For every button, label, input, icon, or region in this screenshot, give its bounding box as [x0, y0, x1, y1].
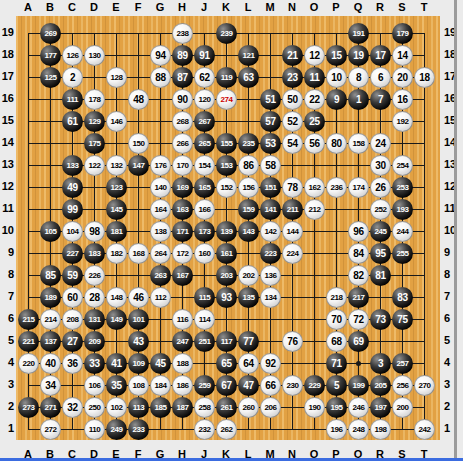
black-stone-R3[interactable]: 205 [370, 375, 391, 396]
white-stone-H6[interactable]: 116 [172, 309, 193, 330]
black-stone-K3[interactable]: 67 [216, 375, 237, 396]
black-stone-M16[interactable]: 51 [260, 89, 281, 110]
move-number: 196 [330, 426, 342, 434]
move-number: 156 [242, 184, 254, 192]
black-stone-L14[interactable]: 235 [238, 133, 259, 154]
move-number: 96 [353, 227, 363, 237]
black-stone-E1[interactable]: 249 [106, 419, 127, 440]
black-stone-M11[interactable]: 141 [260, 199, 281, 220]
black-stone-R6[interactable]: 73 [370, 309, 391, 330]
white-stone-R1[interactable]: 198 [370, 419, 391, 440]
black-stone-K8[interactable]: 203 [216, 265, 237, 286]
move-number: 158 [352, 140, 364, 148]
col-label-top-J: J [193, 1, 215, 13]
black-stone-J12[interactable]: 165 [194, 177, 215, 198]
white-stone-S18[interactable]: 14 [392, 45, 413, 66]
black-stone-J7[interactable]: 115 [194, 287, 215, 308]
white-stone-G13[interactable]: 176 [150, 155, 171, 176]
white-stone-N5[interactable]: 76 [282, 331, 303, 352]
black-stone-Q3[interactable]: 199 [348, 375, 369, 396]
white-stone-F3[interactable]: 108 [128, 375, 149, 396]
white-stone-H19[interactable]: 238 [172, 23, 193, 44]
move-number: 274 [220, 96, 232, 104]
black-stone-D5[interactable]: 209 [84, 331, 105, 352]
white-stone-G17[interactable]: 88 [150, 67, 171, 88]
white-stone-F9[interactable]: 168 [128, 243, 149, 264]
move-number: 53 [265, 139, 275, 149]
move-number: 270 [418, 382, 430, 390]
black-stone-E10[interactable]: 181 [106, 221, 127, 242]
white-stone-J11[interactable]: 166 [194, 199, 215, 220]
move-number: 108 [132, 382, 144, 390]
move-number: 87 [177, 73, 187, 83]
black-stone-M9[interactable]: 223 [260, 243, 281, 264]
black-stone-S6[interactable]: 75 [392, 309, 413, 330]
move-number: 22 [309, 95, 319, 105]
black-stone-S19[interactable]: 179 [392, 23, 413, 44]
black-stone-L10[interactable]: 143 [238, 221, 259, 242]
white-stone-Q9[interactable]: 84 [348, 243, 369, 264]
white-stone-A4[interactable]: 220 [18, 353, 39, 374]
white-stone-K1[interactable]: 262 [216, 419, 237, 440]
black-stone-J3[interactable]: 259 [194, 375, 215, 396]
black-stone-N17[interactable]: 23 [282, 67, 303, 88]
white-stone-Q6[interactable]: 72 [348, 309, 369, 330]
black-stone-F6[interactable]: 101 [128, 309, 149, 330]
white-stone-N10[interactable]: 144 [282, 221, 303, 242]
black-stone-C5[interactable]: 27 [62, 331, 83, 352]
white-stone-F7[interactable]: 46 [128, 287, 149, 308]
black-stone-H8[interactable]: 167 [172, 265, 193, 286]
move-number: 170 [176, 162, 188, 170]
white-stone-C7[interactable]: 60 [62, 287, 83, 308]
black-stone-K5[interactable]: 117 [216, 331, 237, 352]
black-stone-D9[interactable]: 183 [84, 243, 105, 264]
move-number: 54 [287, 139, 297, 149]
black-stone-D6[interactable]: 131 [84, 309, 105, 330]
move-number: 235 [242, 140, 254, 148]
black-stone-C15[interactable]: 61 [62, 111, 83, 132]
white-stone-L8[interactable]: 202 [238, 265, 259, 286]
black-stone-Q18[interactable]: 19 [348, 45, 369, 66]
black-stone-B19[interactable]: 269 [40, 23, 61, 44]
white-stone-S10[interactable]: 244 [392, 221, 413, 242]
move-number: 272 [44, 426, 56, 434]
black-stone-A5[interactable]: 221 [18, 331, 39, 352]
black-stone-L5[interactable]: 77 [238, 331, 259, 352]
white-stone-G10[interactable]: 138 [150, 221, 171, 242]
move-number: 191 [352, 30, 364, 38]
white-stone-O14[interactable]: 56 [304, 133, 325, 154]
white-stone-T1[interactable]: 242 [414, 419, 435, 440]
black-stone-D14[interactable]: 175 [84, 133, 105, 154]
black-stone-Q19[interactable]: 191 [348, 23, 369, 44]
move-number: 58 [265, 161, 275, 171]
move-number: 69 [353, 337, 363, 347]
white-stone-P17[interactable]: 10 [326, 67, 347, 88]
white-stone-H15[interactable]: 268 [172, 111, 193, 132]
white-stone-M3[interactable]: 66 [260, 375, 281, 396]
black-stone-S7[interactable]: 83 [392, 287, 413, 308]
white-stone-G3[interactable]: 184 [150, 375, 171, 396]
white-stone-S15[interactable]: 192 [392, 111, 413, 132]
white-stone-H13[interactable]: 170 [172, 155, 193, 176]
white-stone-Q14[interactable]: 158 [348, 133, 369, 154]
black-stone-G2[interactable]: 185 [150, 397, 171, 418]
move-number: 174 [352, 184, 364, 192]
black-stone-Q5[interactable]: 69 [348, 331, 369, 352]
black-stone-N11[interactable]: 211 [282, 199, 303, 220]
move-number: 168 [132, 250, 144, 258]
white-stone-C10[interactable]: 104 [62, 221, 83, 242]
move-number: 60 [67, 293, 77, 303]
white-stone-J2[interactable]: 258 [194, 397, 215, 418]
white-stone-R11[interactable]: 252 [370, 199, 391, 220]
black-stone-C8[interactable]: 59 [62, 265, 83, 286]
white-stone-D10[interactable]: 98 [84, 221, 105, 242]
black-stone-F4[interactable]: 109 [128, 353, 149, 374]
white-stone-N15[interactable]: 52 [282, 111, 303, 132]
move-number: 268 [176, 118, 188, 126]
white-stone-P1[interactable]: 196 [326, 419, 347, 440]
black-stone-R18[interactable]: 17 [370, 45, 391, 66]
white-stone-C4[interactable]: 36 [62, 353, 83, 374]
black-stone-O3[interactable]: 229 [304, 375, 325, 396]
white-stone-S13[interactable]: 254 [392, 155, 413, 176]
black-stone-K2[interactable]: 261 [216, 397, 237, 418]
white-stone-D16[interactable]: 178 [84, 89, 105, 110]
move-number: 164 [154, 206, 166, 214]
black-stone-B18[interactable]: 177 [40, 45, 61, 66]
move-number: 12 [309, 51, 319, 61]
white-stone-Q2[interactable]: 246 [348, 397, 369, 418]
move-number: 77 [243, 337, 253, 347]
black-stone-J18[interactable]: 91 [194, 45, 215, 66]
white-stone-E9[interactable]: 182 [106, 243, 127, 264]
white-stone-P6[interactable]: 70 [326, 309, 347, 330]
white-stone-B6[interactable]: 214 [40, 309, 61, 330]
black-stone-P16[interactable]: 9 [326, 89, 347, 110]
move-number: 14 [397, 51, 407, 61]
move-number: 190 [308, 404, 320, 412]
white-stone-B1[interactable]: 272 [40, 419, 61, 440]
white-stone-J17[interactable]: 62 [194, 67, 215, 88]
white-stone-Q12[interactable]: 174 [348, 177, 369, 198]
white-stone-R14[interactable]: 24 [370, 133, 391, 154]
black-stone-G8[interactable]: 263 [150, 265, 171, 286]
white-stone-Q8[interactable]: 82 [348, 265, 369, 286]
white-stone-C17[interactable]: 2 [62, 67, 83, 88]
move-number: 30 [375, 161, 385, 171]
white-stone-D1[interactable]: 110 [84, 419, 105, 440]
move-number: 197 [374, 404, 386, 412]
move-number: 141 [264, 206, 276, 214]
white-stone-M10[interactable]: 142 [260, 221, 281, 242]
white-stone-Q17[interactable]: 8 [348, 67, 369, 88]
black-stone-A6[interactable]: 215 [18, 309, 39, 330]
black-stone-K4[interactable]: 65 [216, 353, 237, 374]
black-stone-K13[interactable]: 153 [216, 155, 237, 176]
black-stone-M14[interactable]: 53 [260, 133, 281, 154]
white-stone-M2[interactable]: 206 [260, 397, 281, 418]
black-stone-S9[interactable]: 255 [392, 243, 413, 264]
move-number: 73 [375, 315, 385, 325]
white-stone-C6[interactable]: 208 [62, 309, 83, 330]
black-stone-M15[interactable]: 57 [260, 111, 281, 132]
black-stone-E6[interactable]: 149 [106, 309, 127, 330]
white-stone-Q1[interactable]: 248 [348, 419, 369, 440]
black-stone-O15[interactable]: 25 [304, 111, 325, 132]
black-stone-P18[interactable]: 15 [326, 45, 347, 66]
move-number: 167 [176, 272, 188, 280]
white-stone-J13[interactable]: 154 [194, 155, 215, 176]
move-number: 18 [419, 73, 429, 83]
white-stone-H9[interactable]: 172 [172, 243, 193, 264]
move-number: 175 [88, 140, 100, 148]
white-stone-B4[interactable]: 40 [40, 353, 61, 374]
white-stone-O11[interactable]: 212 [304, 199, 325, 220]
black-stone-L17[interactable]: 63 [238, 67, 259, 88]
black-stone-S4[interactable]: 257 [392, 353, 413, 374]
white-stone-N16[interactable]: 50 [282, 89, 303, 110]
move-number: 189 [44, 294, 56, 302]
move-number: 28 [89, 293, 99, 303]
black-stone-J14[interactable]: 265 [194, 133, 215, 154]
black-stone-S12[interactable]: 253 [392, 177, 413, 198]
white-stone-G11[interactable]: 164 [150, 199, 171, 220]
black-stone-H18[interactable]: 89 [172, 45, 193, 66]
move-number: 269 [44, 30, 56, 38]
white-stone-M7[interactable]: 134 [260, 287, 281, 308]
white-stone-S2[interactable]: 200 [392, 397, 413, 418]
black-stone-K19[interactable]: 239 [216, 23, 237, 44]
white-stone-M4[interactable]: 92 [260, 353, 281, 374]
move-number: 134 [264, 294, 276, 302]
black-stone-E4[interactable]: 41 [106, 353, 127, 374]
move-number: 15 [331, 51, 341, 61]
move-number: 208 [66, 316, 78, 324]
white-stone-P12[interactable]: 236 [326, 177, 347, 198]
white-stone-L12[interactable]: 156 [238, 177, 259, 198]
white-stone-H4[interactable]: 188 [172, 353, 193, 374]
white-stone-R17[interactable]: 6 [370, 67, 391, 88]
white-stone-G7[interactable]: 112 [150, 287, 171, 308]
black-stone-R9[interactable]: 95 [370, 243, 391, 264]
white-stone-J16[interactable]: 120 [194, 89, 215, 110]
black-stone-H10[interactable]: 171 [172, 221, 193, 242]
black-stone-C13[interactable]: 133 [62, 155, 83, 176]
black-stone-P3[interactable]: 5 [326, 375, 347, 396]
move-number: 68 [331, 337, 341, 347]
white-stone-N14[interactable]: 54 [282, 133, 303, 154]
white-stone-T17[interactable]: 18 [414, 67, 435, 88]
black-stone-K7[interactable]: 93 [216, 287, 237, 308]
move-number: 265 [198, 140, 210, 148]
white-stone-N9[interactable]: 224 [282, 243, 303, 264]
black-stone-R8[interactable]: 81 [370, 265, 391, 286]
black-stone-B7[interactable]: 189 [40, 287, 61, 308]
black-stone-P4[interactable]: 71 [326, 353, 347, 374]
white-stone-E7[interactable]: 148 [106, 287, 127, 308]
white-stone-H16[interactable]: 90 [172, 89, 193, 110]
black-stone-B8[interactable]: 85 [40, 265, 61, 286]
white-stone-T3[interactable]: 270 [414, 375, 435, 396]
white-stone-L2[interactable]: 260 [238, 397, 259, 418]
white-stone-D3[interactable]: 106 [84, 375, 105, 396]
white-stone-E15[interactable]: 146 [106, 111, 127, 132]
white-stone-D2[interactable]: 250 [84, 397, 105, 418]
black-stone-D4[interactable]: 33 [84, 353, 105, 374]
white-stone-J9[interactable]: 160 [194, 243, 215, 264]
move-number: 233 [132, 426, 144, 434]
white-stone-J6[interactable]: 114 [194, 309, 215, 330]
black-stone-H2[interactable]: 187 [172, 397, 193, 418]
white-stone-C18[interactable]: 126 [62, 45, 83, 66]
white-stone-S3[interactable]: 256 [392, 375, 413, 396]
move-number: 72 [353, 315, 363, 325]
black-stone-Q16[interactable]: 1 [348, 89, 369, 110]
black-stone-C12[interactable]: 49 [62, 177, 83, 198]
white-stone-K16[interactable]: 274 [216, 89, 237, 110]
black-stone-F13[interactable]: 147 [128, 155, 149, 176]
move-number: 105 [44, 228, 56, 236]
black-stone-S11[interactable]: 193 [392, 199, 413, 220]
white-stone-D8[interactable]: 226 [84, 265, 105, 286]
black-stone-Q7[interactable]: 217 [348, 287, 369, 308]
black-stone-J10[interactable]: 173 [194, 221, 215, 242]
black-stone-H5[interactable]: 247 [172, 331, 193, 352]
black-stone-N18[interactable]: 21 [282, 45, 303, 66]
go-board[interactable]: 2692382391911791771261309489911212112151… [16, 16, 440, 440]
move-number: 239 [220, 30, 232, 38]
move-number: 78 [287, 183, 297, 193]
white-stone-J1[interactable]: 232 [194, 419, 215, 440]
black-stone-B17[interactable]: 125 [40, 67, 61, 88]
black-stone-R4[interactable]: 3 [370, 353, 391, 374]
white-stone-S17[interactable]: 20 [392, 67, 413, 88]
white-stone-G12[interactable]: 140 [150, 177, 171, 198]
black-stone-D15[interactable]: 129 [84, 111, 105, 132]
black-stone-K9[interactable]: 161 [216, 243, 237, 264]
black-stone-R2[interactable]: 197 [370, 397, 391, 418]
white-stone-C2[interactable]: 32 [62, 397, 83, 418]
move-number: 116 [177, 316, 189, 324]
black-stone-C11[interactable]: 99 [62, 199, 83, 220]
black-stone-F2[interactable]: 113 [128, 397, 149, 418]
black-stone-L3[interactable]: 47 [238, 375, 259, 396]
white-stone-O12[interactable]: 162 [304, 177, 325, 198]
move-number: 121 [242, 52, 254, 60]
black-stone-R16[interactable]: 7 [370, 89, 391, 110]
black-stone-L7[interactable]: 135 [238, 287, 259, 308]
move-number: 236 [330, 184, 342, 192]
row-label-left-12: 12 [0, 180, 14, 192]
black-stone-M12[interactable]: 151 [260, 177, 281, 198]
black-stone-E12[interactable]: 123 [106, 177, 127, 198]
black-stone-L11[interactable]: 159 [238, 199, 259, 220]
black-stone-H12[interactable]: 169 [172, 177, 193, 198]
black-stone-H11[interactable]: 163 [172, 199, 193, 220]
white-stone-F16[interactable]: 48 [128, 89, 149, 110]
black-stone-F1[interactable]: 233 [128, 419, 149, 440]
black-stone-O17[interactable]: 11 [304, 67, 325, 88]
black-stone-A2[interactable]: 273 [18, 397, 39, 418]
white-stone-M8[interactable]: 136 [260, 265, 281, 286]
move-number: 226 [88, 272, 100, 280]
white-stone-D7[interactable]: 28 [84, 287, 105, 308]
black-stone-B5[interactable]: 137 [40, 331, 61, 352]
move-number: 1 [356, 95, 361, 105]
white-stone-L13[interactable]: 86 [238, 155, 259, 176]
white-stone-D18[interactable]: 130 [84, 45, 105, 66]
white-stone-O16[interactable]: 22 [304, 89, 325, 110]
black-stone-K10[interactable]: 139 [216, 221, 237, 242]
black-stone-E11[interactable]: 145 [106, 199, 127, 220]
white-stone-M13[interactable]: 58 [260, 155, 281, 176]
black-stone-C9[interactable]: 227 [62, 243, 83, 264]
black-stone-L18[interactable]: 121 [238, 45, 259, 66]
white-stone-F14[interactable]: 150 [128, 133, 149, 154]
white-stone-N12[interactable]: 78 [282, 177, 303, 198]
white-stone-G18[interactable]: 94 [150, 45, 171, 66]
black-stone-R10[interactable]: 245 [370, 221, 391, 242]
black-stone-E3[interactable]: 35 [106, 375, 127, 396]
black-stone-J5[interactable]: 251 [194, 331, 215, 352]
white-stone-P7[interactable]: 218 [326, 287, 347, 308]
white-stone-S16[interactable]: 16 [392, 89, 413, 110]
row-label-left-1: 1 [0, 422, 14, 434]
move-number: 203 [220, 272, 232, 280]
white-stone-H3[interactable]: 186 [172, 375, 193, 396]
move-number: 152 [220, 184, 232, 192]
black-stone-C16[interactable]: 111 [62, 89, 83, 110]
white-stone-Q10[interactable]: 96 [348, 221, 369, 242]
hoshi-point [356, 361, 361, 366]
black-stone-P2[interactable]: 195 [326, 397, 347, 418]
black-stone-K14[interactable]: 155 [216, 133, 237, 154]
white-stone-E13[interactable]: 132 [106, 155, 127, 176]
black-stone-B10[interactable]: 105 [40, 221, 61, 242]
white-stone-G9[interactable]: 264 [150, 243, 171, 264]
white-stone-L4[interactable]: 64 [238, 353, 259, 374]
white-stone-E2[interactable]: 102 [106, 397, 127, 418]
move-number: 251 [198, 338, 210, 346]
white-stone-E17[interactable]: 128 [106, 67, 127, 88]
black-stone-B2[interactable]: 271 [40, 397, 61, 418]
white-stone-R13[interactable]: 30 [370, 155, 391, 176]
black-stone-F5[interactable]: 43 [128, 331, 149, 352]
move-number: 160 [198, 250, 210, 258]
black-stone-H17[interactable]: 87 [172, 67, 193, 88]
move-number: 3 [378, 359, 383, 369]
black-stone-K17[interactable]: 119 [216, 67, 237, 88]
move-number: 59 [67, 271, 77, 281]
white-stone-O18[interactable]: 12 [304, 45, 325, 66]
move-number: 186 [176, 382, 188, 390]
white-stone-P5[interactable]: 68 [326, 331, 347, 352]
white-stone-P14[interactable]: 80 [326, 133, 347, 154]
white-stone-N3[interactable]: 230 [282, 375, 303, 396]
move-number: 83 [397, 293, 407, 303]
black-stone-J15[interactable]: 267 [194, 111, 215, 132]
white-stone-O2[interactable]: 190 [304, 397, 325, 418]
white-stone-B3[interactable]: 34 [40, 375, 61, 396]
white-stone-H14[interactable]: 266 [172, 133, 193, 154]
white-stone-R12[interactable]: 26 [370, 177, 391, 198]
black-stone-G4[interactable]: 45 [150, 353, 171, 374]
white-stone-D13[interactable]: 122 [84, 155, 105, 176]
white-stone-K12[interactable]: 152 [216, 177, 237, 198]
